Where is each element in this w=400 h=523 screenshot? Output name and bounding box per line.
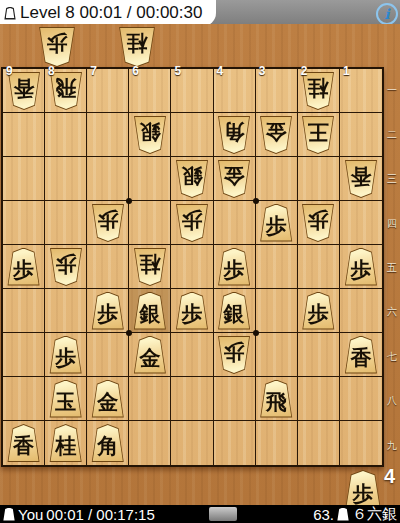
square-8九[interactable]: 桂 [45,421,87,465]
piece-kanji: 香 [13,77,34,98]
piece-gote-金[interactable]: 金 [217,160,251,198]
square-5二[interactable] [171,113,213,157]
square-8二[interactable] [45,113,87,157]
square-7二[interactable] [87,113,129,157]
square-3三[interactable] [256,157,298,201]
piece-kanji: 歩 [97,209,118,230]
square-5六[interactable]: 歩 [171,289,213,333]
piece-sente-歩[interactable]: 歩 [259,204,293,242]
board-grid: 香飛桂銀角金王銀金香歩歩歩歩歩歩桂歩歩歩銀歩銀歩歩金歩香玉金飛香桂角 [3,69,382,465]
player-time: 00:01 / 00:17:15 [46,506,154,523]
piece-kanji: 角 [224,121,245,142]
piece-kanji: 歩 [266,216,287,237]
piece-sente-歩[interactable]: 歩 [7,248,41,286]
status-strip: Level 8 00:01 / 00:00:30 i [0,0,400,24]
piece-sente-香[interactable]: 香 [344,336,378,374]
piece-kanji: 金 [97,392,118,413]
file-label-7: 7 [90,64,97,78]
square-3二[interactable]: 金 [256,113,298,157]
square-5八[interactable] [171,377,213,421]
rank-label-五: 五 [385,261,399,275]
file-label-3: 3 [259,64,266,78]
piece-sente-香[interactable]: 香 [7,424,41,462]
gote-piece-icon [4,7,16,20]
square-8四[interactable] [45,201,87,245]
piece-kanji: 銀 [139,121,160,142]
square-9七[interactable] [3,333,45,377]
hand-count: 4 [384,465,395,488]
square-7五[interactable] [87,245,129,289]
square-4四[interactable] [214,201,256,245]
piece-kanji: 歩 [224,341,245,362]
star-point [253,330,259,336]
square-4五[interactable]: 歩 [214,245,256,289]
square-2三[interactable] [298,157,340,201]
square-3八[interactable]: 飛 [256,377,298,421]
piece-kanji: 歩 [181,209,202,230]
star-point [126,330,132,336]
rank-label-九: 九 [385,439,399,453]
square-8七[interactable]: 歩 [45,333,87,377]
piece-sente-歩[interactable]: 歩 [91,292,125,330]
square-1六[interactable] [340,289,382,333]
info-icon[interactable]: i [376,3,398,25]
shogi-board: 香飛桂銀角金王銀金香歩歩歩歩歩歩桂歩歩歩銀歩銀歩歩金歩香玉金飛香桂角 98765… [1,67,384,467]
gray-button[interactable] [209,507,237,521]
piece-sente-歩[interactable]: 歩 [344,248,378,286]
square-7六[interactable]: 歩 [87,289,129,333]
level-text: Level 8 00:01 / 00:00:30 [20,3,202,23]
square-7四[interactable]: 歩 [87,201,129,245]
piece-kanji: 銀 [139,304,160,325]
square-2五[interactable] [298,245,340,289]
square-4八[interactable] [214,377,256,421]
piece-kanji: 王 [308,121,329,142]
square-4三[interactable]: 金 [214,157,256,201]
piece-sente-歩[interactable]: 歩 [49,336,83,374]
last-move-display: 63. ６六銀 [313,505,397,523]
star-point [253,198,259,204]
piece-gote-歩[interactable]: 歩 [91,204,125,242]
square-4九[interactable] [214,421,256,465]
file-label-8: 8 [48,64,55,78]
piece-kanji: 金 [266,121,287,142]
square-6四[interactable] [129,201,171,245]
piece-kanji: 歩 [181,304,202,325]
piece-sente-歩[interactable]: 歩 [217,248,251,286]
square-6三[interactable] [129,157,171,201]
piece-kanji: 玉 [55,392,76,413]
piece-gote-歩[interactable]: 歩 [49,248,83,286]
piece-kanji: 歩 [47,32,68,53]
piece-sente-玉[interactable]: 玉 [49,380,83,418]
square-6七[interactable]: 金 [129,333,171,377]
piece-kanji: 香 [350,165,371,186]
square-9三[interactable] [3,157,45,201]
square-7九[interactable]: 角 [87,421,129,465]
piece-kanji: 桂 [139,253,160,274]
square-6二[interactable]: 銀 [129,113,171,157]
square-8五[interactable]: 歩 [45,245,87,289]
square-2九[interactable] [298,421,340,465]
piece-kanji: 歩 [55,253,76,274]
piece-kanji: 金 [224,165,245,186]
square-5五[interactable] [171,245,213,289]
square-6六[interactable]: 銀 [129,289,171,333]
square-8六[interactable] [45,289,87,333]
rank-label-一: 一 [385,83,399,97]
piece-kanji: 桂 [308,77,329,98]
piece-kanji: 歩 [55,348,76,369]
square-4七[interactable]: 歩 [214,333,256,377]
piece-kanji: 銀 [181,165,202,186]
square-5七[interactable] [171,333,213,377]
square-6八[interactable] [129,377,171,421]
square-4二[interactable]: 角 [214,113,256,157]
piece-sente-歩[interactable]: 歩 [175,292,209,330]
piece-gote-金[interactable]: 金 [259,116,293,154]
piece-sente-銀[interactable]: 銀 [217,292,251,330]
square-1八[interactable] [340,377,382,421]
square-9六[interactable] [3,289,45,333]
square-7八[interactable]: 金 [87,377,129,421]
piece-kanji: 飛 [266,392,287,413]
square-3七[interactable] [256,333,298,377]
square-1四[interactable] [340,201,382,245]
piece-kanji: 飛 [55,77,76,98]
piece-gote-桂[interactable]: 桂 [133,248,167,286]
square-7七[interactable] [87,333,129,377]
piece-sente-桂[interactable]: 桂 [49,424,83,462]
piece-gote-歩[interactable]: 歩 [175,204,209,242]
square-3六[interactable] [256,289,298,333]
square-1七[interactable]: 香 [340,333,382,377]
rank-label-八: 八 [385,394,399,408]
piece-gote-銀[interactable]: 銀 [175,160,209,198]
piece-kanji: 歩 [97,304,118,325]
square-5九[interactable] [171,421,213,465]
piece-kanji: 角 [97,436,118,457]
piece-kanji: 歩 [353,484,374,505]
piece-sente-銀[interactable]: 銀 [133,292,167,330]
piece-kanji: 香 [13,436,34,457]
square-8八[interactable]: 玉 [45,377,87,421]
square-2二[interactable]: 王 [298,113,340,157]
square-7三[interactable] [87,157,129,201]
sente-move-icon [337,508,349,521]
square-9四[interactable] [3,201,45,245]
square-1五[interactable]: 歩 [340,245,382,289]
rank-label-六: 六 [385,305,399,319]
square-3五[interactable] [256,245,298,289]
star-point [126,198,132,204]
square-2八[interactable] [298,377,340,421]
file-label-4: 4 [217,64,224,78]
piece-gote-王[interactable]: 王 [301,116,335,154]
square-1三[interactable]: 香 [340,157,382,201]
piece-kanji: 歩 [350,260,371,281]
square-5四[interactable]: 歩 [171,201,213,245]
square-3九[interactable] [256,421,298,465]
rank-label-二: 二 [385,128,399,142]
piece-kanji: 歩 [13,260,34,281]
piece-gote-角[interactable]: 角 [217,116,251,154]
piece-kanji: 金 [139,348,160,369]
piece-kanji: 銀 [224,304,245,325]
bottom-bar: You 00:01 / 00:17:15 63. ６六銀 [0,505,400,523]
file-label-9: 9 [6,64,13,78]
square-6五[interactable]: 桂 [129,245,171,289]
square-1二[interactable] [340,113,382,157]
piece-sente-金[interactable]: 金 [133,336,167,374]
square-5三[interactable]: 銀 [171,157,213,201]
file-label-1: 1 [343,64,350,78]
rank-label-七: 七 [385,350,399,364]
square-2六[interactable]: 歩 [298,289,340,333]
file-label-5: 5 [174,64,181,78]
sente-piece-icon [3,508,15,521]
piece-kanji: 歩 [308,209,329,230]
piece-kanji: 香 [350,348,371,369]
square-3四[interactable]: 歩 [256,201,298,245]
square-9五[interactable]: 歩 [3,245,45,289]
file-label-2: 2 [301,64,308,78]
piece-gote-歩[interactable]: 歩 [217,336,251,374]
piece-kanji: 桂 [127,32,148,53]
square-4六[interactable]: 銀 [214,289,256,333]
square-1九[interactable] [340,421,382,465]
piece-kanji: 桂 [55,436,76,457]
file-label-6: 6 [132,64,139,78]
square-9二[interactable] [3,113,45,157]
level-indicator: Level 8 00:01 / 00:00:30 [0,0,216,26]
piece-sente-歩[interactable]: 歩 [301,292,335,330]
move-number: 63. [313,506,334,523]
rank-label-四: 四 [385,217,399,231]
piece-kanji: 歩 [224,260,245,281]
piece-kanji: 歩 [308,304,329,325]
square-8三[interactable] [45,157,87,201]
piece-sente-飛[interactable]: 飛 [259,380,293,418]
square-2四[interactable]: 歩 [298,201,340,245]
piece-gote-香[interactable]: 香 [344,160,378,198]
square-6九[interactable] [129,421,171,465]
rank-label-三: 三 [385,172,399,186]
player-label: You [18,506,43,523]
piece-sente-金[interactable]: 金 [91,380,125,418]
piece-sente-角[interactable]: 角 [91,424,125,462]
piece-gote-歩[interactable]: 歩 [301,204,335,242]
square-2七[interactable] [298,333,340,377]
square-9九[interactable]: 香 [3,421,45,465]
player-clock: You 00:01 / 00:17:15 [3,506,155,523]
square-9八[interactable] [3,377,45,421]
move-text: ６六銀 [352,505,397,523]
piece-gote-銀[interactable]: 銀 [133,116,167,154]
